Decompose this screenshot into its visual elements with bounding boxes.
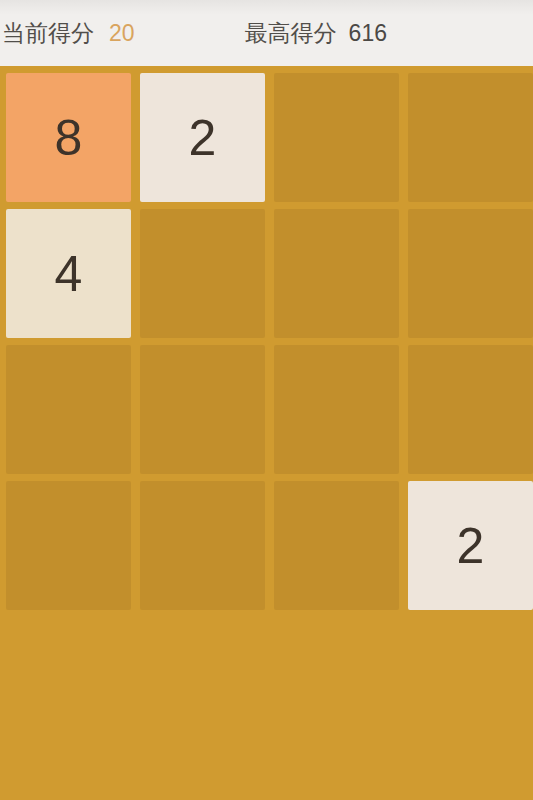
current-score-value: 20 (109, 20, 135, 47)
empty-cell (408, 73, 533, 202)
tile-grid: 8242 (6, 73, 533, 610)
empty-cell (140, 209, 265, 338)
empty-cell (140, 481, 265, 610)
empty-cell (274, 209, 399, 338)
app-screen: 当前得分 20 最高得分 616 8242 (0, 0, 533, 800)
best-score-value: 616 (349, 20, 387, 47)
empty-cell (6, 345, 131, 474)
tile-8: 8 (6, 73, 131, 202)
tile-2: 2 (408, 481, 533, 610)
game-board[interactable]: 8242 (0, 66, 533, 800)
empty-cell (274, 345, 399, 474)
empty-cell (408, 345, 533, 474)
tile-4: 4 (6, 209, 131, 338)
current-score-label: 当前得分 (2, 18, 94, 49)
empty-cell (274, 481, 399, 610)
best-score-label: 最高得分 (245, 18, 337, 49)
empty-cell (408, 209, 533, 338)
empty-cell (140, 345, 265, 474)
score-header: 当前得分 20 最高得分 616 (0, 0, 533, 66)
empty-cell (274, 73, 399, 202)
tile-2: 2 (140, 73, 265, 202)
empty-cell (6, 481, 131, 610)
